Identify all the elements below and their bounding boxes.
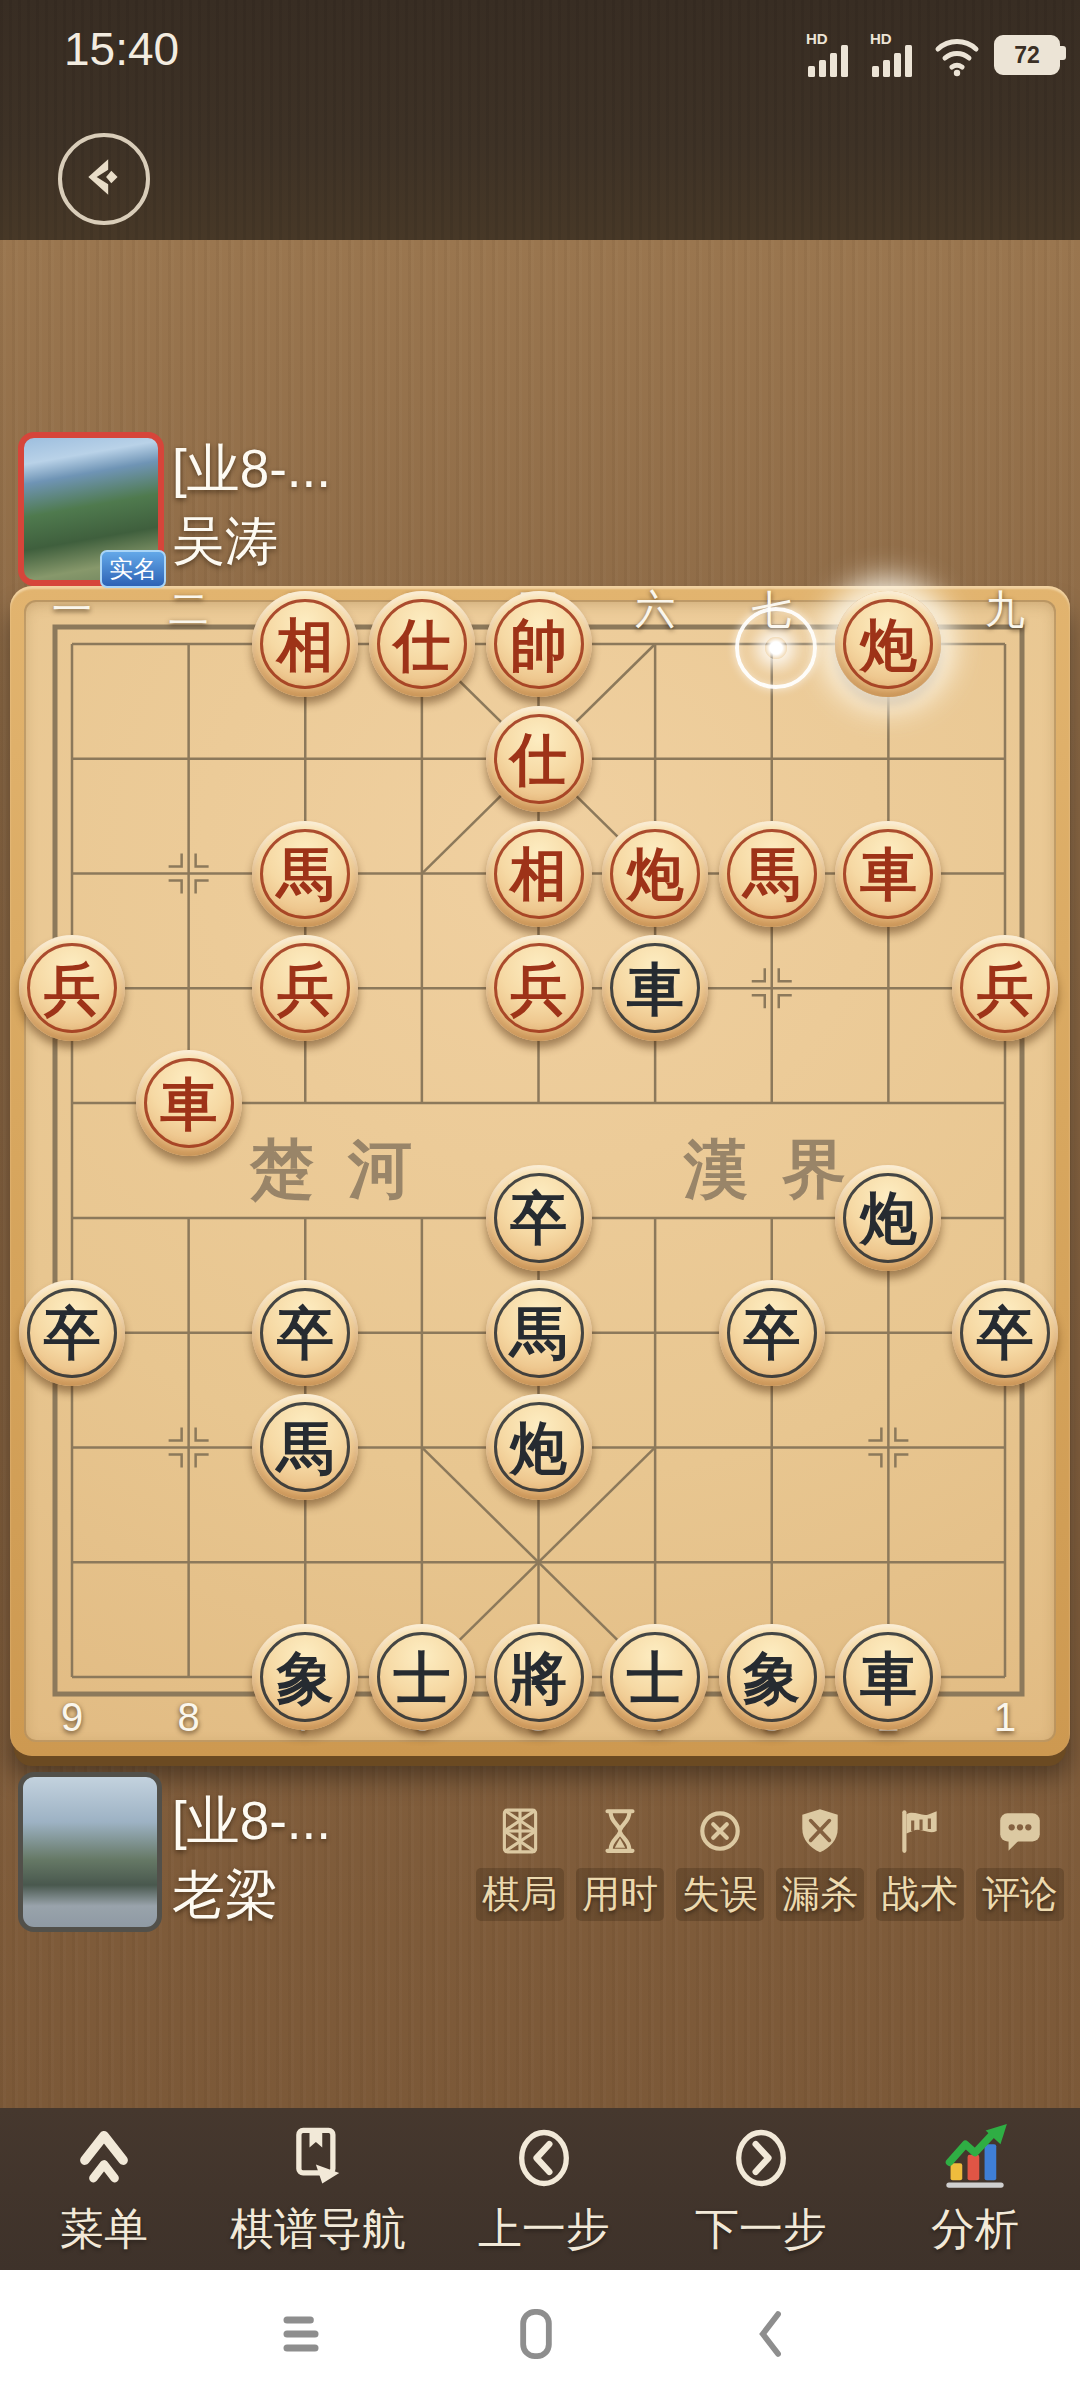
toolbar-board-grid-button[interactable]: 棋局	[470, 1806, 570, 1921]
xiangqi-board[interactable]: 楚河 漢界 一二三四五六七八九987654321相仕帥炮仕馬相炮馬車兵兵兵車兵車…	[10, 586, 1070, 1756]
board-grid-icon	[495, 1806, 545, 1860]
piece-character: 卒	[44, 1304, 101, 1361]
piece-red-兵-r3c8[interactable]: 兵	[952, 935, 1058, 1041]
piece-red-兵-r3c2[interactable]: 兵	[252, 935, 358, 1041]
piece-character: 馬	[277, 845, 334, 902]
player-top-name: 吴涛	[172, 506, 278, 578]
piece-red-仕-r1c4[interactable]: 仕	[486, 706, 592, 812]
piece-character: 士	[393, 1649, 450, 1706]
piece-black-卒-r6c8[interactable]: 卒	[952, 1280, 1058, 1386]
piece-character: 將	[510, 1649, 567, 1706]
system-recent-apps-button[interactable]	[273, 2306, 329, 2366]
piece-character: 仕	[393, 616, 450, 673]
next-step-icon	[727, 2124, 795, 2196]
piece-black-象-r9c6[interactable]: 象	[719, 1624, 825, 1730]
piece-character: 馬	[743, 845, 800, 902]
piece-red-相-r0c2[interactable]: 相	[252, 591, 358, 697]
board-field[interactable]: 楚河 漢界 一二三四五六七八九987654321相仕帥炮仕馬相炮馬車兵兵兵車兵車…	[24, 600, 1056, 1742]
toolbar-label: 失误	[676, 1868, 764, 1921]
piece-black-卒-r6c6[interactable]: 卒	[719, 1280, 825, 1386]
nav-menu-button[interactable]: 菜单	[60, 2124, 148, 2259]
nav-label: 菜单	[60, 2200, 148, 2259]
piece-character: 炮	[860, 1189, 917, 1246]
piece-character: 相	[510, 845, 567, 902]
piece-character: 兵	[977, 960, 1034, 1017]
piece-red-仕-r0c3[interactable]: 仕	[369, 591, 475, 697]
back-arrow-icon	[81, 154, 127, 204]
piece-black-馬-r6c4[interactable]: 馬	[486, 1280, 592, 1386]
nav-analysis-button[interactable]: 分析	[931, 2124, 1019, 2259]
analysis-icon	[941, 2124, 1009, 2196]
piece-character: 卒	[743, 1304, 800, 1361]
signal-icon: HD	[868, 30, 920, 80]
piece-red-馬-r2c6[interactable]: 馬	[719, 821, 825, 927]
piece-character: 象	[743, 1649, 800, 1706]
prev-step-icon	[510, 2124, 578, 2196]
wifi-icon	[932, 30, 982, 80]
toolbar-comment-button[interactable]: 评论	[970, 1806, 1070, 1921]
system-home-button[interactable]	[508, 2306, 564, 2366]
piece-character: 車	[860, 1649, 917, 1706]
player-bottom-name: 老梁	[172, 1860, 278, 1932]
back-button[interactable]	[58, 133, 150, 225]
nav-label: 下一步	[695, 2200, 827, 2259]
menu-icon	[70, 2124, 138, 2196]
battery-percent: 72	[1014, 42, 1040, 69]
file-label-bottom-1: 1	[994, 1695, 1016, 1740]
file-label-top-6: 六	[635, 582, 675, 637]
piece-black-車-r3c5[interactable]: 車	[602, 935, 708, 1041]
piece-character: 炮	[627, 845, 684, 902]
piece-character: 車	[627, 960, 684, 1017]
piece-black-士-r9c3[interactable]: 士	[369, 1624, 475, 1730]
toolbar-tactics-button[interactable]: 战术	[870, 1806, 970, 1921]
piece-black-卒-r6c2[interactable]: 卒	[252, 1280, 358, 1386]
toolbar-label: 棋局	[476, 1868, 564, 1921]
piece-character: 士	[627, 1649, 684, 1706]
piece-character: 馬	[510, 1304, 567, 1361]
system-back-button[interactable]	[743, 2306, 799, 2366]
piece-character: 炮	[860, 616, 917, 673]
piece-character: 仕	[510, 730, 567, 787]
svg-text:HD: HD	[870, 30, 892, 47]
file-label-top-9: 九	[985, 582, 1025, 637]
piece-black-車-r9c7[interactable]: 車	[835, 1624, 941, 1730]
nav-prev-step-button[interactable]: 上一步	[478, 2124, 610, 2259]
nav-label: 上一步	[478, 2200, 610, 2259]
file-label-top-1: 一	[52, 582, 92, 637]
toolbar-label: 用时	[576, 1868, 664, 1921]
status-icons: HD HD 72	[804, 30, 1060, 80]
file-label-bottom-9: 9	[61, 1695, 83, 1740]
piece-character: 相	[277, 616, 334, 673]
nav-next-step-button[interactable]: 下一步	[695, 2124, 827, 2259]
piece-black-炮-r7c4[interactable]: 炮	[486, 1394, 592, 1500]
toolbar-label: 漏杀	[776, 1868, 864, 1921]
realname-badge: 实名	[100, 550, 166, 588]
battery-icon: 72	[994, 35, 1060, 75]
hourglass-icon	[595, 1806, 645, 1860]
nav-label: 棋谱导航	[230, 2200, 406, 2259]
piece-black-卒-r5c4[interactable]: 卒	[486, 1165, 592, 1271]
piece-black-炮-r5c7[interactable]: 炮	[835, 1165, 941, 1271]
piece-black-馬-r7c2[interactable]: 馬	[252, 1394, 358, 1500]
piece-red-相-r2c4[interactable]: 相	[486, 821, 592, 927]
piece-character: 卒	[510, 1189, 567, 1246]
piece-character: 炮	[510, 1419, 567, 1476]
piece-red-車-r4c1[interactable]: 車	[136, 1050, 242, 1156]
toolbar-mistake-button[interactable]: 失误	[670, 1806, 770, 1921]
toolbar-hourglass-button[interactable]: 用时	[570, 1806, 670, 1921]
piece-red-炮-r2c5[interactable]: 炮	[602, 821, 708, 927]
piece-character: 車	[160, 1075, 217, 1132]
piece-red-炮-r0c7[interactable]: 炮	[835, 591, 941, 697]
piece-character: 卒	[977, 1304, 1034, 1361]
piece-character: 象	[277, 1649, 334, 1706]
mistake-icon	[695, 1806, 745, 1860]
piece-red-兵-r3c0[interactable]: 兵	[19, 935, 125, 1041]
piece-black-象-r9c2[interactable]: 象	[252, 1624, 358, 1730]
piece-character: 馬	[277, 1419, 334, 1476]
toolbar-missed-kill-button[interactable]: 漏杀	[770, 1806, 870, 1921]
piece-character: 車	[860, 845, 917, 902]
piece-black-卒-r6c0[interactable]: 卒	[19, 1280, 125, 1386]
toolbar-label: 评论	[976, 1868, 1064, 1921]
piece-red-帥-r0c4[interactable]: 帥	[486, 591, 592, 697]
review-toolbar: 棋局用时失误漏杀战术评论	[470, 1806, 1072, 1921]
player-bottom-avatar[interactable]	[18, 1772, 162, 1932]
piece-red-車-r2c7[interactable]: 車	[835, 821, 941, 927]
file-label-top-2: 二	[169, 582, 209, 637]
player-top-avatar[interactable]: 实名	[18, 432, 164, 586]
player-bottom-rank: [业8-...	[172, 1786, 331, 1858]
piece-black-士-r9c5[interactable]: 士	[602, 1624, 708, 1730]
nav-notation-nav-button[interactable]: 棋谱导航	[230, 2124, 406, 2259]
piece-red-兵-r3c4[interactable]: 兵	[486, 935, 592, 1041]
file-label-bottom-8: 8	[178, 1695, 200, 1740]
tactics-icon	[895, 1806, 945, 1860]
piece-character: 兵	[277, 960, 334, 1017]
river-text-left: 楚河	[250, 1126, 446, 1213]
svg-text:HD: HD	[806, 30, 828, 47]
toolbar-label: 战术	[876, 1868, 964, 1921]
last-move-from-marker	[735, 607, 817, 689]
nav-label: 分析	[931, 2200, 1019, 2259]
missed-kill-icon	[795, 1806, 845, 1860]
piece-character: 兵	[44, 960, 101, 1017]
piece-black-將-r9c4[interactable]: 將	[486, 1624, 592, 1730]
player-top-rank: [业8-...	[172, 434, 331, 506]
comment-icon	[995, 1806, 1045, 1860]
piece-character: 卒	[277, 1304, 334, 1361]
status-time: 15:40	[64, 22, 179, 76]
piece-character: 帥	[510, 616, 567, 673]
piece-red-馬-r2c2[interactable]: 馬	[252, 821, 358, 927]
notation-nav-icon	[284, 2124, 352, 2196]
signal-icon: HD	[804, 30, 856, 80]
piece-character: 兵	[510, 960, 567, 1017]
